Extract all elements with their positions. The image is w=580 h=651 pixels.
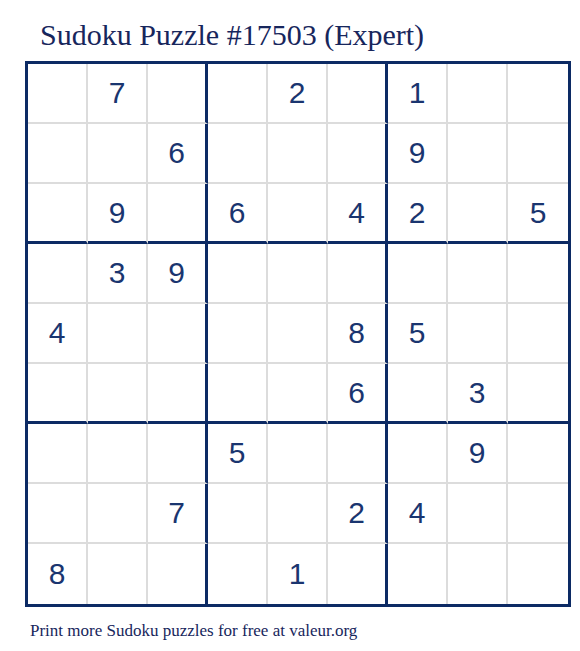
sudoku-cell[interactable] [148,304,208,364]
sudoku-cell[interactable] [448,244,508,304]
sudoku-cell[interactable] [28,244,88,304]
sudoku-cell[interactable] [208,484,268,544]
sudoku-cell: 9 [448,424,508,484]
sudoku-cell: 9 [148,244,208,304]
sudoku-cell[interactable] [148,364,208,424]
sudoku-cell[interactable] [268,424,328,484]
sudoku-cell: 5 [208,424,268,484]
sudoku-cell: 4 [388,484,448,544]
sudoku-cell: 2 [388,184,448,244]
sudoku-cell[interactable] [208,64,268,124]
sudoku-cell[interactable] [508,484,568,544]
sudoku-cell: 7 [88,64,148,124]
sudoku-cell[interactable] [28,64,88,124]
sudoku-cell: 3 [88,244,148,304]
sudoku-cell[interactable] [508,364,568,424]
sudoku-cell[interactable] [448,64,508,124]
sudoku-cell[interactable] [148,64,208,124]
sudoku-cell: 2 [268,64,328,124]
sudoku-cell: 8 [328,304,388,364]
sudoku-cell[interactable] [88,124,148,184]
sudoku-cell[interactable] [328,544,388,604]
sudoku-cell[interactable] [388,364,448,424]
sudoku-cell: 5 [508,184,568,244]
sudoku-cell[interactable] [88,304,148,364]
sudoku-cell[interactable] [268,184,328,244]
sudoku-cell: 9 [388,124,448,184]
sudoku-cell[interactable] [448,124,508,184]
sudoku-cell[interactable] [388,544,448,604]
sudoku-cell[interactable] [508,544,568,604]
sudoku-cell[interactable] [388,244,448,304]
sudoku-cell: 3 [448,364,508,424]
sudoku-cell[interactable] [148,184,208,244]
sudoku-cell[interactable] [148,424,208,484]
sudoku-cell[interactable] [208,244,268,304]
sudoku-cell[interactable] [208,304,268,364]
sudoku-cell[interactable] [268,124,328,184]
page: Sudoku Puzzle #17503 (Expert) 7216996425… [0,0,580,651]
sudoku-cell[interactable] [328,64,388,124]
sudoku-cell: 4 [28,304,88,364]
sudoku-cell: 6 [208,184,268,244]
sudoku-cell[interactable] [208,124,268,184]
sudoku-cell[interactable] [448,304,508,364]
sudoku-cell: 1 [268,544,328,604]
sudoku-cell[interactable] [508,424,568,484]
sudoku-cell[interactable] [268,244,328,304]
sudoku-cell[interactable] [328,124,388,184]
sudoku-cell[interactable] [28,364,88,424]
sudoku-cell: 7 [148,484,208,544]
sudoku-cell[interactable] [28,484,88,544]
sudoku-cell[interactable] [328,424,388,484]
sudoku-cell: 9 [88,184,148,244]
sudoku-cell[interactable] [28,124,88,184]
sudoku-cell[interactable] [28,424,88,484]
sudoku-cell[interactable] [28,184,88,244]
sudoku-cell[interactable] [508,304,568,364]
sudoku-cell[interactable] [448,184,508,244]
sudoku-cell[interactable] [448,484,508,544]
sudoku-cell: 8 [28,544,88,604]
sudoku-cell[interactable] [88,424,148,484]
sudoku-cell[interactable] [88,484,148,544]
sudoku-cell[interactable] [328,244,388,304]
sudoku-cell[interactable] [268,364,328,424]
sudoku-cell: 6 [148,124,208,184]
sudoku-cell: 5 [388,304,448,364]
sudoku-cell[interactable] [268,484,328,544]
sudoku-cell[interactable] [148,544,208,604]
sudoku-cell[interactable] [508,124,568,184]
sudoku-cell[interactable] [268,304,328,364]
sudoku-cell[interactable] [208,544,268,604]
footer-text: Print more Sudoku puzzles for free at va… [30,621,580,641]
sudoku-cell[interactable] [448,544,508,604]
sudoku-cell[interactable] [508,244,568,304]
sudoku-cell: 6 [328,364,388,424]
sudoku-cell[interactable] [508,64,568,124]
sudoku-cell: 4 [328,184,388,244]
sudoku-cell[interactable] [88,364,148,424]
sudoku-grid: 721699642539485635972481 [25,61,571,607]
sudoku-cell: 2 [328,484,388,544]
sudoku-cell[interactable] [388,424,448,484]
sudoku-cell[interactable] [208,364,268,424]
sudoku-cell[interactable] [88,544,148,604]
sudoku-cell: 1 [388,64,448,124]
page-title: Sudoku Puzzle #17503 (Expert) [40,18,580,51]
